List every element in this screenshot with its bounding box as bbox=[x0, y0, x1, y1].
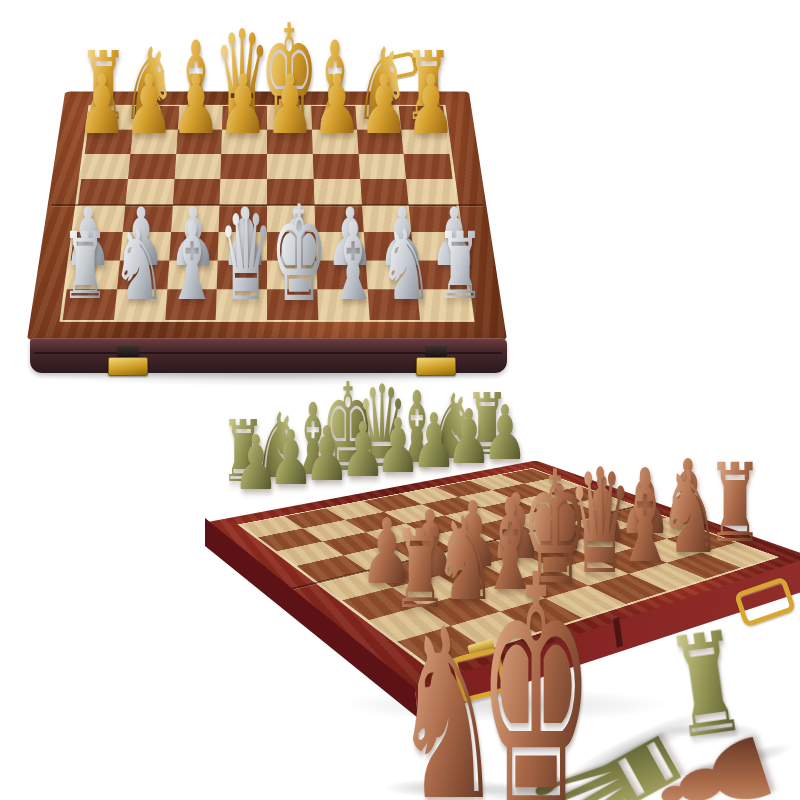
square-c6 bbox=[174, 154, 221, 179]
pawn-glyph: ♟ bbox=[233, 426, 279, 501]
square-d8 bbox=[222, 106, 267, 129]
gold-latch-icon bbox=[108, 346, 148, 376]
square-a5 bbox=[78, 179, 128, 205]
pawn-glyph: ♟ bbox=[411, 404, 457, 479]
square-e8 bbox=[267, 106, 312, 129]
square-g8 bbox=[355, 106, 401, 129]
square-g3 bbox=[363, 232, 414, 260]
square-a1 bbox=[63, 290, 117, 320]
board-bottom-shadow bbox=[340, 688, 670, 722]
square-e1 bbox=[267, 290, 318, 320]
square-c5 bbox=[172, 179, 220, 205]
square-a2 bbox=[67, 260, 120, 289]
square-b8 bbox=[133, 106, 179, 129]
square-h4 bbox=[409, 205, 460, 232]
square-h7 bbox=[401, 129, 449, 153]
square-a8 bbox=[88, 106, 135, 129]
square-d6 bbox=[221, 154, 267, 179]
square-b7 bbox=[130, 129, 177, 153]
knight-glyph: ♞ bbox=[253, 401, 303, 491]
square-g4 bbox=[362, 205, 412, 232]
square-f8 bbox=[311, 106, 357, 129]
square-f5 bbox=[313, 179, 361, 205]
square-h5 bbox=[406, 179, 456, 205]
square-b4 bbox=[122, 205, 172, 232]
square-d3 bbox=[218, 232, 267, 260]
square-c7 bbox=[176, 129, 222, 153]
square-c2 bbox=[167, 260, 218, 289]
square-g1 bbox=[367, 290, 420, 320]
queen-glyph: ♛ bbox=[357, 371, 408, 484]
rook-glyph: ♜ bbox=[465, 382, 509, 467]
square-a4 bbox=[74, 205, 125, 232]
bishop-glyph: ♝ bbox=[289, 390, 337, 489]
latch-keeper bbox=[117, 346, 139, 357]
square-b5 bbox=[125, 179, 174, 205]
square-g6 bbox=[358, 154, 406, 179]
square-f6 bbox=[313, 154, 360, 179]
square-a3 bbox=[71, 232, 123, 260]
square-h1 bbox=[417, 290, 471, 320]
square-c8 bbox=[177, 106, 223, 129]
pawn-glyph: ♟ bbox=[375, 409, 421, 484]
square-b3 bbox=[120, 232, 171, 260]
rook-glyph: ♜ bbox=[221, 409, 265, 494]
latch-plate bbox=[416, 357, 456, 376]
chess-board-top bbox=[27, 91, 507, 340]
square-f1 bbox=[317, 290, 369, 320]
piece-shadow bbox=[383, 778, 513, 798]
gold-latch-icon bbox=[416, 346, 456, 376]
square-c4 bbox=[171, 205, 220, 232]
square-d5 bbox=[220, 179, 267, 205]
latch-plate bbox=[108, 357, 148, 376]
square-e4 bbox=[267, 205, 315, 232]
pawn-glyph: ♟ bbox=[304, 417, 350, 492]
square-g5 bbox=[360, 179, 409, 205]
chess-board-top-squares bbox=[59, 105, 474, 322]
latch-keeper bbox=[425, 346, 447, 357]
pawn-glyph: ♟ bbox=[340, 413, 386, 488]
square-f2 bbox=[316, 260, 367, 289]
square-e6 bbox=[267, 154, 313, 179]
product-photo-scene: ♜♞♝♛♚♝♞♜♟♟♟♟♟♟♟♟♟♟♟♟♟♟♟♟♜♞♝♛♚♝♞♜♜♞♝♚♛♝♞♜… bbox=[0, 0, 800, 800]
square-a7 bbox=[85, 129, 133, 153]
square-d1 bbox=[216, 290, 267, 320]
square-b2 bbox=[117, 260, 169, 289]
piece-shadow bbox=[689, 738, 795, 783]
pawn-glyph: ♟ bbox=[446, 400, 492, 475]
square-d4 bbox=[219, 205, 267, 232]
square-g7 bbox=[357, 129, 404, 153]
square-h2 bbox=[414, 260, 467, 289]
square-c3 bbox=[169, 232, 219, 260]
square-d2 bbox=[217, 260, 267, 289]
square-e2 bbox=[267, 260, 317, 289]
square-e3 bbox=[267, 232, 316, 260]
square-f4 bbox=[314, 205, 363, 232]
square-f3 bbox=[315, 232, 365, 260]
square-b6 bbox=[128, 154, 176, 179]
pawn-glyph: ♟ bbox=[482, 396, 528, 471]
square-e7 bbox=[267, 129, 313, 153]
pawn-glyph: ♟ bbox=[268, 421, 314, 496]
bishop-glyph: ♝ bbox=[393, 378, 441, 477]
square-c1 bbox=[165, 290, 217, 320]
square-h6 bbox=[404, 154, 453, 179]
square-d7 bbox=[221, 129, 267, 153]
knight-glyph: ♞ bbox=[427, 382, 477, 472]
square-a6 bbox=[81, 154, 130, 179]
square-b1 bbox=[114, 290, 167, 320]
square-e5 bbox=[267, 179, 314, 205]
king-glyph: ♚ bbox=[321, 368, 373, 490]
square-f7 bbox=[312, 129, 358, 153]
square-h8 bbox=[399, 106, 446, 129]
square-g2 bbox=[365, 260, 417, 289]
square-h3 bbox=[412, 232, 464, 260]
